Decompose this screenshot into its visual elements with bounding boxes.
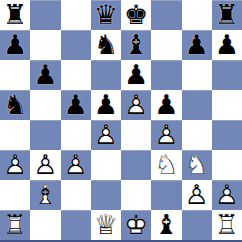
square-b1[interactable] [30,210,60,240]
square-d4[interactable]: ♟♙ [91,120,121,150]
white-bishop-outline: ♗ [30,180,60,210]
white-rook-outline: ♖ [0,210,30,240]
black-knight[interactable]: ♞ [0,90,30,120]
black-knight-glyph: ♞ [0,90,30,120]
square-c6[interactable] [61,60,91,90]
black-king-glyph: ♚ [121,0,151,30]
square-e3[interactable] [121,150,151,180]
square-h7[interactable]: ♟ [212,30,242,60]
black-pawn[interactable]: ♟ [212,30,242,60]
black-pawn[interactable]: ♟ [91,90,121,120]
black-pawn-glyph: ♟ [151,90,181,120]
square-d8[interactable]: ♛ [91,0,121,30]
white-knight-outline: ♘ [151,150,181,180]
white-pawn-outline: ♙ [121,90,151,120]
square-h2[interactable]: ♟♙ [212,180,242,210]
black-knight-glyph: ♞ [91,30,121,60]
square-b8[interactable] [30,0,60,30]
square-h8[interactable]: ♜ [212,0,242,30]
white-pawn[interactable]: ♟♙ [91,120,121,150]
square-e4[interactable] [121,120,151,150]
white-pawn-outline: ♙ [151,120,181,150]
square-h6[interactable] [212,60,242,90]
square-c4[interactable] [61,120,91,150]
square-d2[interactable] [91,180,121,210]
square-a3[interactable]: ♟♙ [0,150,30,180]
black-pawn-glyph: ♟ [182,30,212,60]
black-pawn[interactable]: ♟ [182,30,212,60]
square-e2[interactable] [121,180,151,210]
black-pawn-glyph: ♟ [30,60,60,90]
white-pawn[interactable]: ♟♙ [212,180,242,210]
black-pawn[interactable]: ♟ [61,90,91,120]
square-f4[interactable]: ♟♙ [151,120,181,150]
square-b4[interactable] [30,120,60,150]
square-a1[interactable]: ♜♖ [0,210,30,240]
square-e6[interactable]: ♟ [121,60,151,90]
square-c5[interactable]: ♟ [61,90,91,120]
white-pawn-outline: ♙ [61,150,91,180]
square-g2[interactable]: ♟♙ [182,180,212,210]
square-f2[interactable] [151,180,181,210]
square-f8[interactable] [151,0,181,30]
square-g6[interactable] [182,60,212,90]
black-king[interactable]: ♚ [121,0,151,30]
square-f7[interactable] [151,30,181,60]
black-pawn[interactable]: ♟ [151,90,181,120]
white-knight[interactable]: ♞♘ [182,150,212,180]
square-d5[interactable]: ♟ [91,90,121,120]
black-pawn[interactable]: ♟ [30,60,60,90]
white-rook-outline: ♖ [212,210,242,240]
square-a8[interactable]: ♜ [0,0,30,30]
white-king-outline: ♔ [121,210,151,240]
square-e1[interactable]: ♚♔ [121,210,151,240]
square-a4[interactable] [0,120,30,150]
square-a2[interactable] [0,180,30,210]
black-pawn-glyph: ♟ [212,30,242,60]
square-d6[interactable] [91,60,121,90]
square-g5[interactable] [182,90,212,120]
square-c8[interactable] [61,0,91,30]
square-a5[interactable]: ♞ [0,90,30,120]
square-g3[interactable]: ♞♘ [182,150,212,180]
square-d1[interactable]: ♛♕ [91,210,121,240]
black-bishop-glyph: ♝ [121,30,151,60]
square-h1[interactable]: ♜♖ [212,210,242,240]
square-d3[interactable] [91,150,121,180]
square-c3[interactable]: ♟♙ [61,150,91,180]
white-knight[interactable]: ♞♘ [151,150,181,180]
black-pawn[interactable]: ♟ [121,60,151,90]
square-e5[interactable]: ♟♙ [121,90,151,120]
square-e7[interactable]: ♝ [121,30,151,60]
square-a7[interactable]: ♟ [0,30,30,60]
square-g4[interactable] [182,120,212,150]
square-c2[interactable] [61,180,91,210]
black-pawn-glyph: ♟ [121,60,151,90]
black-bishop-glyph: ♝ [151,210,181,240]
white-rook[interactable]: ♜♖ [0,210,30,240]
white-queen-outline: ♕ [91,210,121,240]
square-f6[interactable] [151,60,181,90]
square-b2[interactable]: ♝♗ [30,180,60,210]
square-b7[interactable] [30,30,60,60]
white-pawn[interactable]: ♟♙ [121,90,151,120]
black-rook-glyph: ♜ [0,0,30,30]
white-pawn[interactable]: ♟♙ [151,120,181,150]
square-e8[interactable]: ♚ [121,0,151,30]
white-rook[interactable]: ♜♖ [212,210,242,240]
white-king[interactable]: ♚♔ [121,210,151,240]
black-bishop[interactable]: ♝ [151,210,181,240]
square-f3[interactable]: ♞♘ [151,150,181,180]
square-g1[interactable] [182,210,212,240]
black-rook-glyph: ♜ [212,0,242,30]
black-pawn-glyph: ♟ [91,90,121,120]
square-a6[interactable] [0,60,30,90]
white-pawn-outline: ♙ [182,180,212,210]
white-pawn-outline: ♙ [91,120,121,150]
black-pawn-glyph: ♟ [61,90,91,120]
white-bishop[interactable]: ♝♗ [30,180,60,210]
black-pawn[interactable]: ♟ [0,30,30,60]
square-b3[interactable]: ♟♙ [30,150,60,180]
black-pawn-glyph: ♟ [0,30,30,60]
square-g7[interactable]: ♟ [182,30,212,60]
square-h4[interactable] [212,120,242,150]
white-pawn-outline: ♙ [30,150,60,180]
black-bishop[interactable]: ♝ [121,30,151,60]
white-pawn[interactable]: ♟♙ [0,150,30,180]
chess-board: ♜♛♚♜♟♞♝♟♟♟♟♞♟♟♟♙♟♟♙♟♙♟♙♟♙♟♙♞♘♞♘♝♗♟♙♟♙♜♖♛… [0,0,242,242]
white-pawn[interactable]: ♟♙ [61,150,91,180]
white-knight-outline: ♘ [182,150,212,180]
white-pawn-outline: ♙ [0,150,30,180]
black-rook[interactable]: ♜ [0,0,30,30]
white-queen[interactable]: ♛♕ [91,210,121,240]
white-pawn[interactable]: ♟♙ [182,180,212,210]
square-b5[interactable] [30,90,60,120]
black-rook[interactable]: ♜ [212,0,242,30]
square-c7[interactable] [61,30,91,60]
square-h3[interactable] [212,150,242,180]
black-queen[interactable]: ♛ [91,0,121,30]
white-pawn-outline: ♙ [212,180,242,210]
square-c1[interactable] [61,210,91,240]
black-knight[interactable]: ♞ [91,30,121,60]
square-f5[interactable]: ♟ [151,90,181,120]
square-g8[interactable] [182,0,212,30]
square-b6[interactable]: ♟ [30,60,60,90]
square-h5[interactable] [212,90,242,120]
black-queen-glyph: ♛ [91,0,121,30]
square-f1[interactable]: ♝ [151,210,181,240]
white-pawn[interactable]: ♟♙ [30,150,60,180]
square-d7[interactable]: ♞ [91,30,121,60]
